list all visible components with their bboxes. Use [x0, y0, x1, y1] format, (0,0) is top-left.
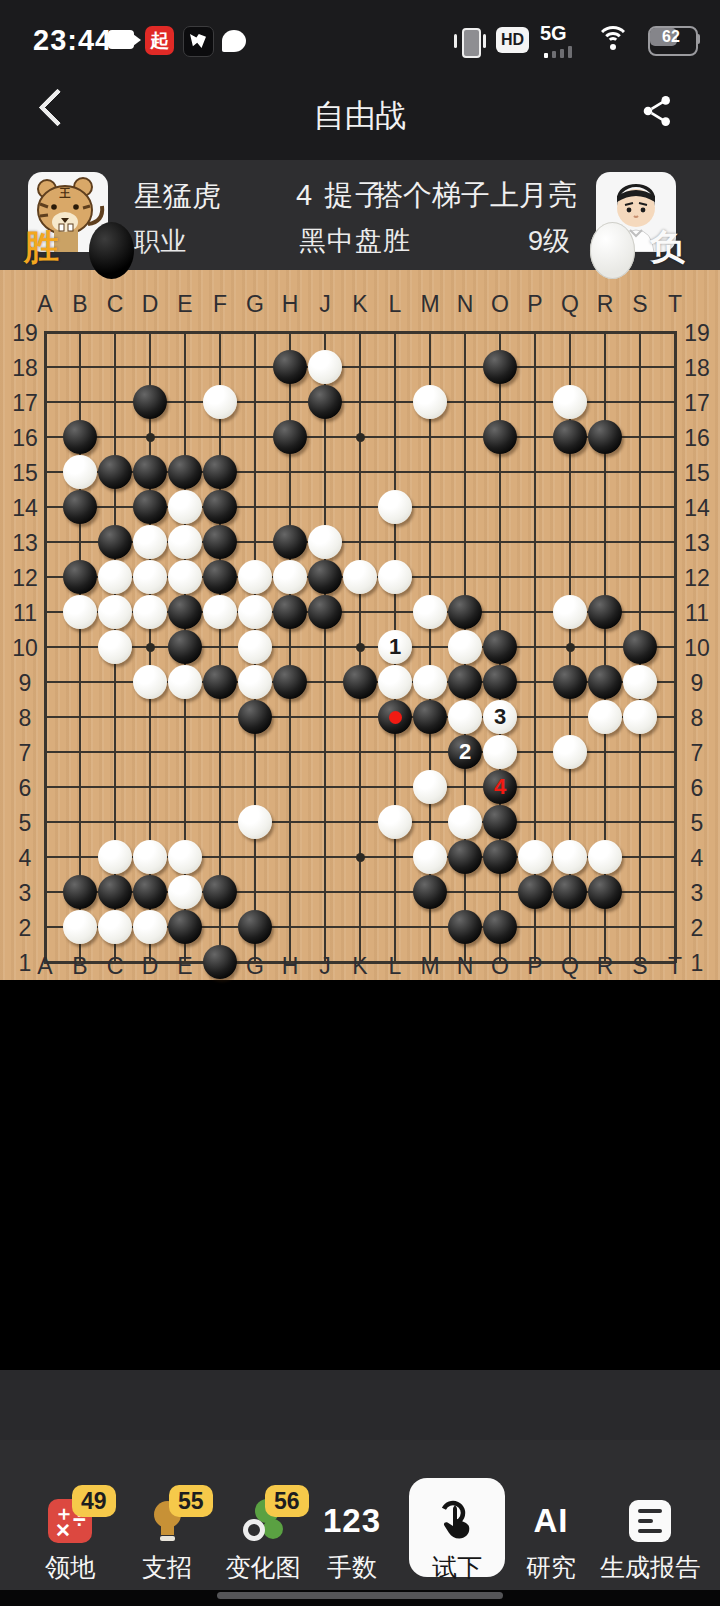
- stone-white-G12: [238, 560, 272, 594]
- last-move-marker: [389, 711, 402, 724]
- home-strip: [0, 1590, 720, 1606]
- stone-white-N5: [448, 805, 482, 839]
- col-label-top-P: P: [520, 291, 550, 318]
- stone-black-E2: [168, 910, 202, 944]
- stone-white-D12: [133, 560, 167, 594]
- row-label-right-11: 11: [680, 600, 714, 627]
- row-label-left-6: 6: [8, 775, 42, 802]
- col-label-top-S: S: [625, 291, 655, 318]
- col-label-top-K: K: [345, 291, 375, 318]
- stone-white-F17: [203, 385, 237, 419]
- col-label-bottom-D: D: [135, 953, 165, 980]
- app-badge-icon: 起: [145, 26, 174, 55]
- stone-white-L10-move-1: 1: [378, 630, 412, 664]
- stone-white-E12: [168, 560, 202, 594]
- battery-percent: 62: [648, 28, 694, 46]
- player-panel: 王 胜 星猛虎 职业 4 提子 搭个梯子上月亮 黑中盘胜 9级: [0, 160, 720, 270]
- stone-white-R8: [588, 700, 622, 734]
- col-label-bottom-K: K: [345, 953, 375, 980]
- row-label-left-2: 2: [8, 915, 42, 942]
- stone-white-M9: [413, 665, 447, 699]
- stone-white-M17: [413, 385, 447, 419]
- chat-bubble-icon: [222, 30, 246, 52]
- row-label-right-7: 7: [680, 740, 714, 767]
- territory-button[interactable]: ＋✕÷ 49 领地: [22, 1440, 118, 1590]
- col-label-top-E: E: [170, 291, 200, 318]
- col-label-top-N: N: [450, 291, 480, 318]
- col-label-bottom-R: R: [590, 953, 620, 980]
- row-label-left-11: 11: [8, 600, 42, 627]
- stone-black-B12: [63, 560, 97, 594]
- app-logo-icon: [183, 26, 214, 57]
- move-numbers-button[interactable]: 123 手数: [304, 1440, 400, 1590]
- col-label-bottom-B: B: [65, 953, 95, 980]
- stone-white-Q4: [553, 840, 587, 874]
- hint-button[interactable]: 55 支招: [119, 1440, 215, 1590]
- stone-black-F1: [203, 945, 237, 979]
- captures-count: 4 提子: [296, 176, 386, 216]
- row-label-right-16: 16: [680, 425, 714, 452]
- stone-black-R3: [588, 875, 622, 909]
- stone-black-N2: [448, 910, 482, 944]
- stone-black-C13: [98, 525, 132, 559]
- stone-black-O4: [483, 840, 517, 874]
- stone-black-M3: [413, 875, 447, 909]
- row-label-left-19: 19: [8, 320, 42, 347]
- stone-white-C4: [98, 840, 132, 874]
- signal-bars-icon: [544, 46, 580, 58]
- stone-white-D2: [133, 910, 167, 944]
- stone-black-J12: [308, 560, 342, 594]
- stone-black-R16: [588, 420, 622, 454]
- row-label-left-3: 3: [8, 880, 42, 907]
- ai-icon: AI: [534, 1502, 569, 1540]
- col-label-bottom-G: G: [240, 953, 270, 980]
- stone-black-R9: [588, 665, 622, 699]
- stone-black-O9: [483, 665, 517, 699]
- flag-glyph: [190, 34, 206, 48]
- network-5g: 5G: [540, 22, 582, 58]
- row-label-right-15: 15: [680, 460, 714, 487]
- stone-black-O5: [483, 805, 517, 839]
- stone-black-D15: [133, 455, 167, 489]
- stone-black-K9: [343, 665, 377, 699]
- stone-white-C2: [98, 910, 132, 944]
- col-label-bottom-S: S: [625, 953, 655, 980]
- row-label-left-12: 12: [8, 565, 42, 592]
- col-label-bottom-E: E: [170, 953, 200, 980]
- playback-bar: 115/117: [0, 1370, 720, 1440]
- stone-white-M11: [413, 595, 447, 629]
- row-label-left-10: 10: [8, 635, 42, 662]
- stone-black-Q16: [553, 420, 587, 454]
- home-indicator[interactable]: [217, 1592, 503, 1599]
- ai-research-button[interactable]: AI 研究: [503, 1440, 599, 1590]
- stone-black-L8: [378, 700, 412, 734]
- hd-badge: HD: [496, 27, 529, 53]
- row-label-right-3: 3: [680, 880, 714, 907]
- row-label-right-14: 14: [680, 495, 714, 522]
- stone-white-B15: [63, 455, 97, 489]
- row-label-right-10: 10: [680, 635, 714, 662]
- black-player-name: 星猛虎: [134, 177, 221, 217]
- col-label-top-Q: Q: [555, 291, 585, 318]
- stone-white-S9: [623, 665, 657, 699]
- col-label-top-F: F: [205, 291, 235, 318]
- white-stone-icon: [590, 222, 635, 279]
- battery-indicator: 62: [648, 26, 700, 54]
- star-point-K4: [356, 853, 365, 862]
- stone-black-C3: [98, 875, 132, 909]
- black-result-badge: 胜: [24, 224, 59, 271]
- col-label-top-M: M: [415, 291, 445, 318]
- grid-line-h: [44, 716, 676, 718]
- col-label-top-D: D: [135, 291, 165, 318]
- stone-black-B16: [63, 420, 97, 454]
- stone-white-F11: [203, 595, 237, 629]
- stone-white-J18: [308, 350, 342, 384]
- stone-white-G10: [238, 630, 272, 664]
- stone-white-J13: [308, 525, 342, 559]
- wifi-icon: [596, 26, 630, 54]
- stone-black-J17: [308, 385, 342, 419]
- stone-black-E15: [168, 455, 202, 489]
- stone-white-E9: [168, 665, 202, 699]
- stone-white-B2: [63, 910, 97, 944]
- vibrate-icon: [452, 28, 488, 56]
- stone-white-Q7: [553, 735, 587, 769]
- stone-black-O18: [483, 350, 517, 384]
- col-label-bottom-Q: Q: [555, 953, 585, 980]
- stone-white-L14: [378, 490, 412, 524]
- stone-black-F15: [203, 455, 237, 489]
- stone-black-C15: [98, 455, 132, 489]
- stone-white-E4: [168, 840, 202, 874]
- stone-black-N4: [448, 840, 482, 874]
- row-label-right-5: 5: [680, 810, 714, 837]
- col-label-top-C: C: [100, 291, 130, 318]
- stone-black-F14: [203, 490, 237, 524]
- stone-white-E13: [168, 525, 202, 559]
- row-label-right-9: 9: [680, 670, 714, 697]
- stone-black-D17: [133, 385, 167, 419]
- col-label-bottom-H: H: [275, 953, 305, 980]
- svg-text:王: 王: [59, 187, 71, 199]
- row-label-right-18: 18: [680, 355, 714, 382]
- stone-white-C10: [98, 630, 132, 664]
- stone-black-O2: [483, 910, 517, 944]
- stone-white-D11: [133, 595, 167, 629]
- page-title: 自由战: [0, 95, 720, 137]
- stone-white-C12: [98, 560, 132, 594]
- stone-white-B11: [63, 595, 97, 629]
- row-label-right-17: 17: [680, 390, 714, 417]
- stone-white-L12: [378, 560, 412, 594]
- stone-white-Q11: [553, 595, 587, 629]
- stone-black-J11: [308, 595, 342, 629]
- stone-black-B14: [63, 490, 97, 524]
- row-label-left-7: 7: [8, 740, 42, 767]
- stone-white-M6: [413, 770, 447, 804]
- stone-white-O8-move-3: 3: [483, 700, 517, 734]
- stone-black-S10: [623, 630, 657, 664]
- stone-black-N11: [448, 595, 482, 629]
- stone-white-E3: [168, 875, 202, 909]
- white-result-badge: 负: [650, 224, 685, 271]
- stone-black-N7-move-2: 2: [448, 735, 482, 769]
- stone-black-D14: [133, 490, 167, 524]
- col-label-top-J: J: [310, 291, 340, 318]
- row-label-right-8: 8: [680, 705, 714, 732]
- stone-black-B3: [63, 875, 97, 909]
- stone-black-O16: [483, 420, 517, 454]
- stone-white-K12: [343, 560, 377, 594]
- goban[interactable]: AABBCCDDEEFFGGHHJJKKLLMMNNOOPPQQRRSSTT19…: [0, 270, 720, 980]
- row-label-right-2: 2: [680, 915, 714, 942]
- stone-white-Q17: [553, 385, 587, 419]
- stone-black-H9: [273, 665, 307, 699]
- row-label-left-18: 18: [8, 355, 42, 382]
- row-label-left-8: 8: [8, 705, 42, 732]
- stone-black-F13: [203, 525, 237, 559]
- variation-diagram-button[interactable]: 56 变化图: [215, 1440, 311, 1590]
- row-label-left-1: 1: [8, 950, 42, 977]
- stone-white-D4: [133, 840, 167, 874]
- stone-white-L9: [378, 665, 412, 699]
- try-move-button[interactable]: 试下: [409, 1440, 505, 1590]
- territory-badge: 49: [72, 1485, 116, 1517]
- black-player-rank: 职业: [134, 224, 186, 259]
- stone-white-C11: [98, 595, 132, 629]
- hint-badge: 55: [169, 1485, 213, 1517]
- col-label-bottom-O: O: [485, 953, 515, 980]
- stone-white-G5: [238, 805, 272, 839]
- stone-black-P3: [518, 875, 552, 909]
- row-label-left-16: 16: [8, 425, 42, 452]
- tap-hand-icon: [432, 1496, 482, 1546]
- grid-line-v: [674, 331, 677, 963]
- stone-white-N8: [448, 700, 482, 734]
- stone-white-L5: [378, 805, 412, 839]
- col-label-bottom-C: C: [100, 953, 130, 980]
- row-label-right-19: 19: [680, 320, 714, 347]
- stone-white-E14: [168, 490, 202, 524]
- row-label-left-5: 5: [8, 810, 42, 837]
- stone-white-G11: [238, 595, 272, 629]
- stone-black-R11: [588, 595, 622, 629]
- share-icon[interactable]: [638, 92, 676, 130]
- col-label-bottom-P: P: [520, 953, 550, 980]
- stone-white-O7: [483, 735, 517, 769]
- clock: 23:44: [33, 24, 112, 57]
- stone-black-H11: [273, 595, 307, 629]
- grid-line-h: [44, 786, 676, 788]
- stone-black-N9: [448, 665, 482, 699]
- stone-black-O10: [483, 630, 517, 664]
- stone-black-F3: [203, 875, 237, 909]
- stone-black-M8: [413, 700, 447, 734]
- stone-black-H13: [273, 525, 307, 559]
- row-label-right-6: 6: [680, 775, 714, 802]
- stone-black-F9: [203, 665, 237, 699]
- col-label-top-R: R: [590, 291, 620, 318]
- col-label-top-B: B: [65, 291, 95, 318]
- grid-line-h: [44, 821, 676, 823]
- nav-bar: 自由战: [0, 80, 720, 160]
- col-label-bottom-J: J: [310, 953, 340, 980]
- row-label-left-13: 13: [8, 530, 42, 557]
- col-label-top-L: L: [380, 291, 410, 318]
- stone-white-S8: [623, 700, 657, 734]
- row-label-right-12: 12: [680, 565, 714, 592]
- stone-white-R4: [588, 840, 622, 874]
- stone-black-G2: [238, 910, 272, 944]
- stone-black-E11: [168, 595, 202, 629]
- stone-black-E10: [168, 630, 202, 664]
- star-point-K10: [356, 643, 365, 652]
- bottom-toolbar: ＋✕÷ 49 领地 55 支招 56 变化图 123 手数: [0, 1440, 720, 1606]
- report-document-icon: [629, 1500, 671, 1542]
- col-label-bottom-N: N: [450, 953, 480, 980]
- col-label-bottom-M: M: [415, 953, 445, 980]
- status-bar: 23:44 起 HD 5G 62: [0, 0, 720, 80]
- star-point-D16: [146, 433, 155, 442]
- stone-white-D9: [133, 665, 167, 699]
- stone-black-H16: [273, 420, 307, 454]
- stone-black-O6-move-4: 4: [483, 770, 517, 804]
- star-point-D10: [146, 643, 155, 652]
- row-label-left-15: 15: [8, 460, 42, 487]
- game-result-text: 黑中盘胜: [299, 223, 411, 259]
- stone-white-G9: [238, 665, 272, 699]
- col-label-top-T: T: [660, 291, 690, 318]
- stone-black-Q3: [553, 875, 587, 909]
- row-label-left-17: 17: [8, 390, 42, 417]
- row-label-right-1: 1: [680, 950, 714, 977]
- col-label-top-A: A: [30, 291, 60, 318]
- row-label-left-14: 14: [8, 495, 42, 522]
- stone-white-M4: [413, 840, 447, 874]
- stone-black-D3: [133, 875, 167, 909]
- col-label-top-H: H: [275, 291, 305, 318]
- row-label-right-13: 13: [680, 530, 714, 557]
- numbers-123-icon: 123: [323, 1502, 381, 1540]
- go-app: 23:44 起 HD 5G 62 自由战: [0, 0, 720, 1606]
- star-point-K16: [356, 433, 365, 442]
- video-record-icon: [108, 30, 134, 49]
- col-label-top-G: G: [240, 291, 270, 318]
- row-label-left-9: 9: [8, 670, 42, 697]
- stone-white-P4: [518, 840, 552, 874]
- white-player-name: 搭个梯子上月亮: [374, 176, 577, 216]
- stone-black-H18: [273, 350, 307, 384]
- col-label-top-O: O: [485, 291, 515, 318]
- row-label-left-4: 4: [8, 845, 42, 872]
- stone-black-F12: [203, 560, 237, 594]
- stone-white-H12: [273, 560, 307, 594]
- stone-black-G8: [238, 700, 272, 734]
- white-player-rank: 9级: [528, 223, 570, 259]
- black-stone-icon: [89, 222, 134, 279]
- star-point-Q10: [566, 643, 575, 652]
- stone-white-D13: [133, 525, 167, 559]
- generate-report-button[interactable]: 生成报告: [596, 1440, 704, 1590]
- stone-black-Q9: [553, 665, 587, 699]
- stone-white-N10: [448, 630, 482, 664]
- row-label-right-4: 4: [680, 845, 714, 872]
- col-label-bottom-L: L: [380, 953, 410, 980]
- variation-badge: 56: [265, 1485, 309, 1517]
